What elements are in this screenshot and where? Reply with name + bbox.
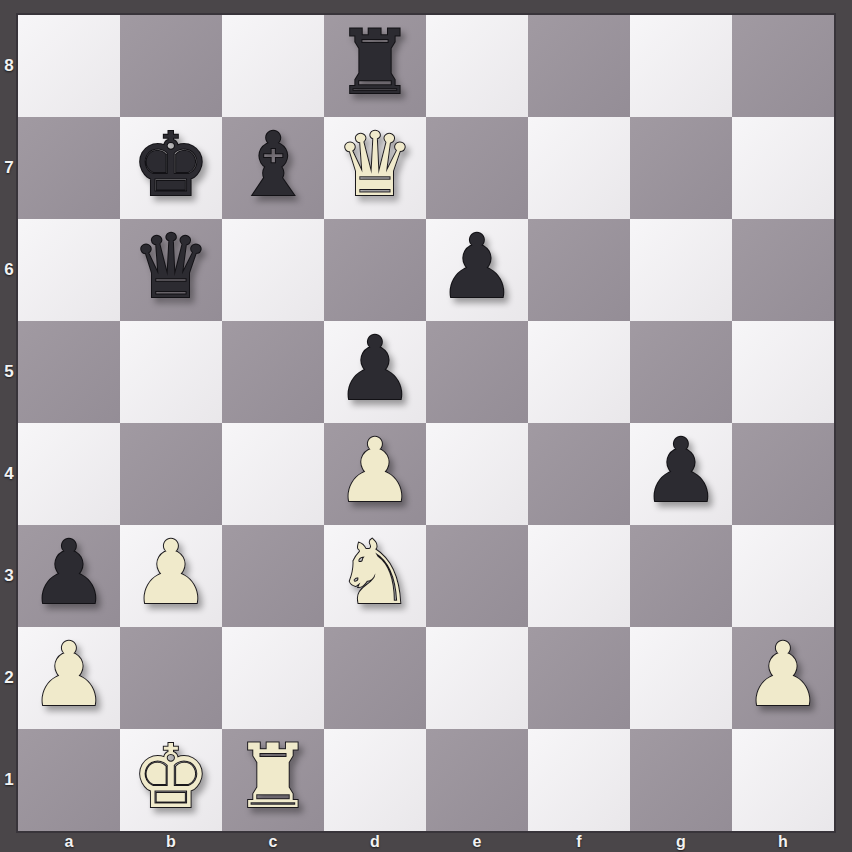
file-labels: abcdefgh bbox=[18, 832, 834, 852]
square-b1[interactable]: ♚ bbox=[120, 729, 222, 831]
chessboard-frame: 87654321 ♜♚♝♛♛♟♟♟♟♟♟♞♟♟♚♜ abcdefgh bbox=[0, 0, 852, 852]
square-e4[interactable] bbox=[426, 423, 528, 525]
square-g7[interactable] bbox=[630, 117, 732, 219]
square-a1[interactable] bbox=[18, 729, 120, 831]
piece-white-king-b1[interactable]: ♚ bbox=[132, 733, 211, 821]
piece-black-bishop-c7[interactable]: ♝ bbox=[234, 121, 313, 209]
square-a4[interactable] bbox=[18, 423, 120, 525]
square-d6[interactable] bbox=[324, 219, 426, 321]
piece-black-pawn-d5[interactable]: ♟ bbox=[336, 325, 415, 413]
piece-white-knight-d3[interactable]: ♞ bbox=[336, 529, 415, 617]
square-g3[interactable] bbox=[630, 525, 732, 627]
square-g2[interactable] bbox=[630, 627, 732, 729]
file-label-a: a bbox=[18, 832, 120, 852]
square-e2[interactable] bbox=[426, 627, 528, 729]
square-f6[interactable] bbox=[528, 219, 630, 321]
square-f4[interactable] bbox=[528, 423, 630, 525]
square-b7[interactable]: ♚ bbox=[120, 117, 222, 219]
square-c2[interactable] bbox=[222, 627, 324, 729]
square-d7[interactable]: ♛ bbox=[324, 117, 426, 219]
piece-black-king-b7[interactable]: ♚ bbox=[132, 121, 211, 209]
file-label-e: e bbox=[426, 832, 528, 852]
square-c7[interactable]: ♝ bbox=[222, 117, 324, 219]
square-h5[interactable] bbox=[732, 321, 834, 423]
square-d1[interactable] bbox=[324, 729, 426, 831]
square-d2[interactable] bbox=[324, 627, 426, 729]
square-f3[interactable] bbox=[528, 525, 630, 627]
square-h2[interactable]: ♟ bbox=[732, 627, 834, 729]
piece-black-rook-d8[interactable]: ♜ bbox=[336, 19, 415, 107]
square-c3[interactable] bbox=[222, 525, 324, 627]
square-d4[interactable]: ♟ bbox=[324, 423, 426, 525]
square-f8[interactable] bbox=[528, 15, 630, 117]
square-a8[interactable] bbox=[18, 15, 120, 117]
board: ♜♚♝♛♛♟♟♟♟♟♟♞♟♟♚♜ bbox=[16, 13, 836, 833]
square-f1[interactable] bbox=[528, 729, 630, 831]
square-b3[interactable]: ♟ bbox=[120, 525, 222, 627]
square-a6[interactable] bbox=[18, 219, 120, 321]
square-a5[interactable] bbox=[18, 321, 120, 423]
square-c8[interactable] bbox=[222, 15, 324, 117]
piece-white-queen-d7[interactable]: ♛ bbox=[336, 121, 415, 209]
square-b8[interactable] bbox=[120, 15, 222, 117]
piece-white-pawn-a2[interactable]: ♟ bbox=[30, 631, 109, 719]
square-a2[interactable]: ♟ bbox=[18, 627, 120, 729]
square-g1[interactable] bbox=[630, 729, 732, 831]
square-c4[interactable] bbox=[222, 423, 324, 525]
file-label-d: d bbox=[324, 832, 426, 852]
piece-white-pawn-h2[interactable]: ♟ bbox=[744, 631, 823, 719]
piece-white-rook-c1[interactable]: ♜ bbox=[234, 733, 313, 821]
piece-black-pawn-a3[interactable]: ♟ bbox=[30, 529, 109, 617]
square-g6[interactable] bbox=[630, 219, 732, 321]
square-e6[interactable]: ♟ bbox=[426, 219, 528, 321]
square-h3[interactable] bbox=[732, 525, 834, 627]
square-g8[interactable] bbox=[630, 15, 732, 117]
square-f2[interactable] bbox=[528, 627, 630, 729]
square-e8[interactable] bbox=[426, 15, 528, 117]
square-e7[interactable] bbox=[426, 117, 528, 219]
square-e5[interactable] bbox=[426, 321, 528, 423]
file-label-b: b bbox=[120, 832, 222, 852]
square-a7[interactable] bbox=[18, 117, 120, 219]
piece-white-pawn-b3[interactable]: ♟ bbox=[132, 529, 211, 617]
piece-white-pawn-d4[interactable]: ♟ bbox=[336, 427, 415, 515]
square-e3[interactable] bbox=[426, 525, 528, 627]
square-e1[interactable] bbox=[426, 729, 528, 831]
piece-black-pawn-g4[interactable]: ♟ bbox=[642, 427, 721, 515]
square-h8[interactable] bbox=[732, 15, 834, 117]
square-g4[interactable]: ♟ bbox=[630, 423, 732, 525]
square-d8[interactable]: ♜ bbox=[324, 15, 426, 117]
square-d3[interactable]: ♞ bbox=[324, 525, 426, 627]
square-b4[interactable] bbox=[120, 423, 222, 525]
square-h4[interactable] bbox=[732, 423, 834, 525]
square-h1[interactable] bbox=[732, 729, 834, 831]
piece-black-pawn-e6[interactable]: ♟ bbox=[438, 223, 517, 311]
square-g5[interactable] bbox=[630, 321, 732, 423]
square-a3[interactable]: ♟ bbox=[18, 525, 120, 627]
square-f5[interactable] bbox=[528, 321, 630, 423]
piece-black-queen-b6[interactable]: ♛ bbox=[132, 223, 211, 311]
file-label-h: h bbox=[732, 832, 834, 852]
file-label-c: c bbox=[222, 832, 324, 852]
file-label-f: f bbox=[528, 832, 630, 852]
square-h6[interactable] bbox=[732, 219, 834, 321]
square-c1[interactable]: ♜ bbox=[222, 729, 324, 831]
square-b6[interactable]: ♛ bbox=[120, 219, 222, 321]
square-b2[interactable] bbox=[120, 627, 222, 729]
file-label-g: g bbox=[630, 832, 732, 852]
square-d5[interactable]: ♟ bbox=[324, 321, 426, 423]
square-f7[interactable] bbox=[528, 117, 630, 219]
square-c6[interactable] bbox=[222, 219, 324, 321]
square-h7[interactable] bbox=[732, 117, 834, 219]
square-c5[interactable] bbox=[222, 321, 324, 423]
square-b5[interactable] bbox=[120, 321, 222, 423]
